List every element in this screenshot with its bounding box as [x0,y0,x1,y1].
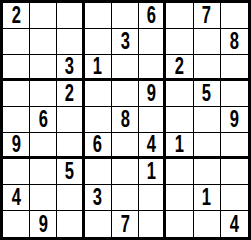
given-digit: 9 [147,82,156,105]
cell-r6c4[interactable]: 6 [85,133,112,159]
given-digit: 3 [120,30,129,53]
given-digit: 1 [147,160,156,183]
cell-r8c9[interactable] [221,185,248,211]
cell-r8c6[interactable] [139,185,166,211]
cell-r8c1[interactable]: 4 [3,185,30,211]
cell-r2c4[interactable] [85,29,112,55]
cell-r3c1[interactable] [3,55,30,81]
cell-r3c7[interactable]: 2 [166,55,193,81]
cell-r7c6[interactable]: 1 [139,159,166,185]
cell-r1c5[interactable] [112,3,139,29]
cell-r8c3[interactable] [57,185,84,211]
cell-r5c2[interactable]: 6 [30,107,57,133]
given-digit: 4 [147,133,156,156]
cell-r5c6[interactable] [139,107,166,133]
given-digit: 4 [230,213,239,236]
given-digit: 1 [175,133,184,156]
given-digit: 2 [65,82,74,105]
cell-r2c1[interactable] [3,29,30,55]
cell-r6c7[interactable]: 1 [166,133,193,159]
cell-r9c2[interactable]: 9 [30,211,57,237]
cell-r4c1[interactable] [3,81,30,107]
cell-r6c8[interactable] [194,133,221,159]
cell-r9c6[interactable] [139,211,166,237]
cell-r1c7[interactable] [166,3,193,29]
cell-r5c9[interactable]: 9 [221,107,248,133]
cell-r4c3[interactable]: 2 [57,81,84,107]
cell-r2c9[interactable]: 8 [221,29,248,55]
given-digit: 9 [230,108,239,131]
cell-r1c6[interactable]: 6 [139,3,166,29]
given-digit: 3 [65,55,74,78]
cell-r6c2[interactable] [30,133,57,159]
given-digit: 5 [65,160,74,183]
given-digit: 1 [202,186,211,209]
given-digit: 7 [202,4,211,27]
cell-r9c3[interactable] [57,211,84,237]
given-digit: 2 [175,55,184,78]
cell-r4c9[interactable] [221,81,248,107]
cell-r3c5[interactable] [112,55,139,81]
cell-r5c7[interactable] [166,107,193,133]
cell-r8c2[interactable] [30,185,57,211]
cell-r6c5[interactable] [112,133,139,159]
cell-r1c1[interactable]: 2 [3,3,30,29]
cell-r9c5[interactable]: 7 [112,211,139,237]
given-digit: 9 [11,133,20,156]
cell-r3c3[interactable]: 3 [57,55,84,81]
cell-r4c7[interactable] [166,81,193,107]
cell-r6c9[interactable] [221,133,248,159]
given-digit: 6 [147,4,156,27]
cell-r5c4[interactable] [85,107,112,133]
cell-r9c1[interactable] [3,211,30,237]
cell-r9c7[interactable] [166,211,193,237]
cell-r5c5[interactable]: 8 [112,107,139,133]
cell-r3c9[interactable] [221,55,248,81]
given-digit: 3 [93,186,102,209]
cell-r9c8[interactable] [194,211,221,237]
cell-r7c8[interactable] [194,159,221,185]
cell-r1c2[interactable] [30,3,57,29]
sudoku-board: 26738312295689964151431974 [0,0,251,240]
cell-r5c8[interactable] [194,107,221,133]
given-digit: 6 [93,133,102,156]
cell-r9c4[interactable] [85,211,112,237]
cell-r8c4[interactable]: 3 [85,185,112,211]
cell-r3c2[interactable] [30,55,57,81]
cell-r7c5[interactable] [112,159,139,185]
given-digit: 1 [93,55,102,78]
cell-r3c6[interactable] [139,55,166,81]
cell-r7c2[interactable] [30,159,57,185]
cell-r4c5[interactable] [112,81,139,107]
cell-r6c6[interactable]: 4 [139,133,166,159]
given-digit: 9 [39,213,48,236]
cell-r7c3[interactable]: 5 [57,159,84,185]
given-digit: 5 [202,82,211,105]
cell-r2c6[interactable] [139,29,166,55]
cell-r2c2[interactable] [30,29,57,55]
cell-r1c3[interactable] [57,3,84,29]
cell-r6c3[interactable] [57,133,84,159]
cell-r5c3[interactable] [57,107,84,133]
cell-r2c5[interactable]: 3 [112,29,139,55]
cell-r7c4[interactable] [85,159,112,185]
cell-r8c7[interactable] [166,185,193,211]
cell-r2c8[interactable] [194,29,221,55]
cell-r4c6[interactable]: 9 [139,81,166,107]
cell-r1c4[interactable] [85,3,112,29]
given-digit: 8 [120,108,129,131]
cell-r3c4[interactable]: 1 [85,55,112,81]
cell-r7c1[interactable] [3,159,30,185]
cell-r8c8[interactable]: 1 [194,185,221,211]
cell-r2c3[interactable] [57,29,84,55]
given-digit: 7 [120,213,129,236]
cell-r4c8[interactable]: 5 [194,81,221,107]
cell-r7c7[interactable] [166,159,193,185]
cell-r9c9[interactable]: 4 [221,211,248,237]
given-digit: 2 [11,4,20,27]
cell-r3c8[interactable] [194,55,221,81]
given-digit: 6 [39,108,48,131]
given-digit: 4 [11,186,20,209]
cell-r5c1[interactable] [3,107,30,133]
given-digit: 8 [230,30,239,53]
cell-r2c7[interactable] [166,29,193,55]
cell-r1c8[interactable]: 7 [194,3,221,29]
cell-r7c9[interactable] [221,159,248,185]
cell-r4c2[interactable] [30,81,57,107]
cell-r1c9[interactable] [221,3,248,29]
cell-r4c4[interactable] [85,81,112,107]
cell-r8c5[interactable] [112,185,139,211]
cell-r6c1[interactable]: 9 [3,133,30,159]
